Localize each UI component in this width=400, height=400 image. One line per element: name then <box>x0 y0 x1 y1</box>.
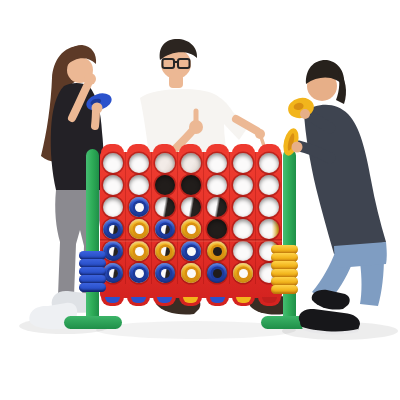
players-in-front <box>0 0 400 400</box>
right-man-hand-upper <box>300 109 310 119</box>
player-right-man <box>281 60 387 335</box>
right-man-shoe-rear <box>312 290 350 310</box>
scene <box>0 0 400 400</box>
right-man-jeans-hip <box>334 242 387 268</box>
right-man-hand-lower <box>292 142 303 153</box>
right-man-sweater <box>304 105 386 254</box>
